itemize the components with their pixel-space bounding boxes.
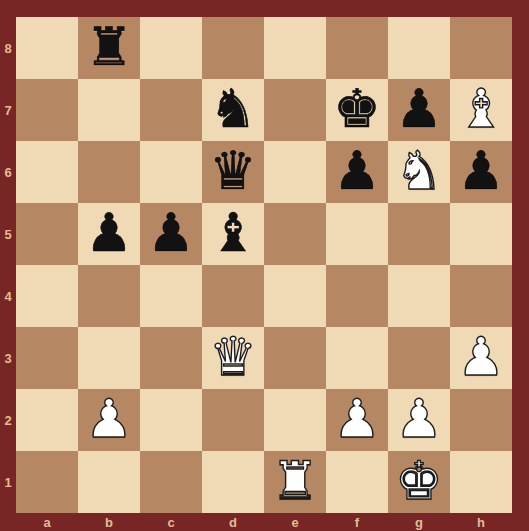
- square-a1[interactable]: [16, 451, 78, 513]
- file-label-g: g: [388, 513, 450, 531]
- square-g8[interactable]: [388, 17, 450, 79]
- square-b7[interactable]: [78, 79, 140, 141]
- piece-black-pawn[interactable]: ♟: [457, 144, 505, 197]
- square-e8[interactable]: [264, 17, 326, 79]
- piece-black-queen[interactable]: ♛: [209, 144, 257, 197]
- square-b1[interactable]: [78, 451, 140, 513]
- file-labels: abcdefgh: [16, 513, 512, 531]
- piece-black-pawn[interactable]: ♟: [85, 206, 133, 259]
- square-b3[interactable]: [78, 327, 140, 389]
- rank-label-3: 3: [0, 327, 16, 389]
- square-f6[interactable]: ♟: [326, 141, 388, 203]
- square-e5[interactable]: [264, 203, 326, 265]
- file-label-b: b: [78, 513, 140, 531]
- square-g7[interactable]: ♟: [388, 79, 450, 141]
- square-c6[interactable]: [140, 141, 202, 203]
- square-a8[interactable]: [16, 17, 78, 79]
- square-b6[interactable]: [78, 141, 140, 203]
- rank-label-7: 7: [0, 79, 16, 141]
- square-c2[interactable]: [140, 389, 202, 451]
- square-c7[interactable]: [140, 79, 202, 141]
- square-b8[interactable]: ♜: [78, 17, 140, 79]
- file-label-f: f: [326, 513, 388, 531]
- square-h7[interactable]: ♝: [450, 79, 512, 141]
- square-a7[interactable]: [16, 79, 78, 141]
- piece-black-bishop[interactable]: ♝: [209, 206, 257, 259]
- square-f1[interactable]: [326, 451, 388, 513]
- square-f7[interactable]: ♚: [326, 79, 388, 141]
- square-h6[interactable]: ♟: [450, 141, 512, 203]
- square-c8[interactable]: [140, 17, 202, 79]
- piece-black-king[interactable]: ♚: [333, 82, 381, 135]
- file-label-e: e: [264, 513, 326, 531]
- piece-white-pawn[interactable]: ♟: [85, 392, 133, 445]
- piece-white-knight[interactable]: ♞: [395, 144, 443, 197]
- square-f3[interactable]: [326, 327, 388, 389]
- square-d8[interactable]: [202, 17, 264, 79]
- square-h4[interactable]: [450, 265, 512, 327]
- square-g4[interactable]: [388, 265, 450, 327]
- square-d1[interactable]: [202, 451, 264, 513]
- square-d4[interactable]: [202, 265, 264, 327]
- square-a2[interactable]: [16, 389, 78, 451]
- square-e2[interactable]: [264, 389, 326, 451]
- rank-label-1: 1: [0, 451, 16, 513]
- square-d3[interactable]: ♛: [202, 327, 264, 389]
- piece-white-queen[interactable]: ♛: [209, 330, 257, 383]
- piece-black-rook[interactable]: ♜: [85, 20, 133, 73]
- square-h2[interactable]: [450, 389, 512, 451]
- file-label-c: c: [140, 513, 202, 531]
- square-c5[interactable]: ♟: [140, 203, 202, 265]
- square-e3[interactable]: [264, 327, 326, 389]
- chess-board-frame: 87654321 ♜♞♚♟♝♛♟♞♟♟♟♝♛♟♟♟♟♜♚ abcdefgh: [0, 0, 529, 531]
- piece-white-pawn[interactable]: ♟: [395, 392, 443, 445]
- square-a6[interactable]: [16, 141, 78, 203]
- square-d7[interactable]: ♞: [202, 79, 264, 141]
- square-h5[interactable]: [450, 203, 512, 265]
- square-f2[interactable]: ♟: [326, 389, 388, 451]
- square-f4[interactable]: [326, 265, 388, 327]
- square-a5[interactable]: [16, 203, 78, 265]
- file-label-a: a: [16, 513, 78, 531]
- file-label-h: h: [450, 513, 512, 531]
- piece-white-bishop[interactable]: ♝: [457, 82, 505, 135]
- square-a4[interactable]: [16, 265, 78, 327]
- chess-board: ♜♞♚♟♝♛♟♞♟♟♟♝♛♟♟♟♟♜♚: [16, 17, 512, 513]
- rank-label-2: 2: [0, 389, 16, 451]
- piece-white-king[interactable]: ♚: [395, 454, 443, 507]
- square-f5[interactable]: [326, 203, 388, 265]
- rank-label-4: 4: [0, 265, 16, 327]
- square-g3[interactable]: [388, 327, 450, 389]
- square-e1[interactable]: ♜: [264, 451, 326, 513]
- square-c3[interactable]: [140, 327, 202, 389]
- piece-black-knight[interactable]: ♞: [209, 82, 257, 135]
- square-g1[interactable]: ♚: [388, 451, 450, 513]
- square-e4[interactable]: [264, 265, 326, 327]
- square-b4[interactable]: [78, 265, 140, 327]
- square-e7[interactable]: [264, 79, 326, 141]
- square-c1[interactable]: [140, 451, 202, 513]
- rank-label-8: 8: [0, 17, 16, 79]
- rank-label-5: 5: [0, 203, 16, 265]
- square-b5[interactable]: ♟: [78, 203, 140, 265]
- rank-labels: 87654321: [0, 17, 16, 513]
- piece-black-pawn[interactable]: ♟: [333, 144, 381, 197]
- square-h3[interactable]: ♟: [450, 327, 512, 389]
- square-b2[interactable]: ♟: [78, 389, 140, 451]
- square-e6[interactable]: [264, 141, 326, 203]
- piece-white-pawn[interactable]: ♟: [333, 392, 381, 445]
- square-f8[interactable]: [326, 17, 388, 79]
- piece-white-pawn[interactable]: ♟: [457, 330, 505, 383]
- square-a3[interactable]: [16, 327, 78, 389]
- piece-black-pawn[interactable]: ♟: [395, 82, 443, 135]
- square-d2[interactable]: [202, 389, 264, 451]
- square-d6[interactable]: ♛: [202, 141, 264, 203]
- rank-label-6: 6: [0, 141, 16, 203]
- square-h8[interactable]: [450, 17, 512, 79]
- square-h1[interactable]: [450, 451, 512, 513]
- square-g5[interactable]: [388, 203, 450, 265]
- square-d5[interactable]: ♝: [202, 203, 264, 265]
- square-c4[interactable]: [140, 265, 202, 327]
- piece-black-pawn[interactable]: ♟: [147, 206, 195, 259]
- file-label-d: d: [202, 513, 264, 531]
- piece-white-rook[interactable]: ♜: [271, 454, 319, 507]
- square-g2[interactable]: ♟: [388, 389, 450, 451]
- square-g6[interactable]: ♞: [388, 141, 450, 203]
